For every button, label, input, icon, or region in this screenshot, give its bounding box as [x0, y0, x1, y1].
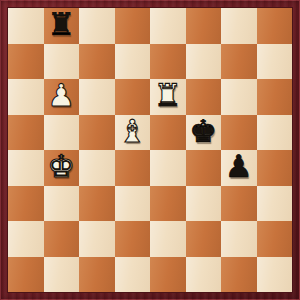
square-c7[interactable] [79, 44, 115, 80]
square-e4[interactable] [150, 150, 186, 186]
square-b1[interactable] [44, 257, 80, 293]
square-b4[interactable]: ♚ [44, 150, 80, 186]
square-f1[interactable] [186, 257, 222, 293]
square-h8[interactable] [257, 8, 293, 44]
square-c4[interactable] [79, 150, 115, 186]
square-a6[interactable] [8, 79, 44, 115]
white-rook-piece[interactable]: ♜ [154, 80, 182, 111]
square-b7[interactable] [44, 44, 80, 80]
square-d4[interactable] [115, 150, 151, 186]
square-b5[interactable] [44, 115, 80, 151]
black-rook-piece[interactable]: ♜ [47, 9, 75, 40]
square-a3[interactable] [8, 186, 44, 222]
square-c3[interactable] [79, 186, 115, 222]
square-h4[interactable] [257, 150, 293, 186]
square-b3[interactable] [44, 186, 80, 222]
square-a7[interactable] [8, 44, 44, 80]
square-d2[interactable] [115, 221, 151, 257]
square-e8[interactable] [150, 8, 186, 44]
square-h5[interactable] [257, 115, 293, 151]
white-pawn-piece[interactable]: ♟ [47, 80, 75, 111]
square-a4[interactable] [8, 150, 44, 186]
square-e7[interactable] [150, 44, 186, 80]
square-e1[interactable] [150, 257, 186, 293]
square-g5[interactable] [221, 115, 257, 151]
square-h1[interactable] [257, 257, 293, 293]
square-f2[interactable] [186, 221, 222, 257]
square-d6[interactable] [115, 79, 151, 115]
square-a2[interactable] [8, 221, 44, 257]
square-h2[interactable] [257, 221, 293, 257]
square-g7[interactable] [221, 44, 257, 80]
square-c2[interactable] [79, 221, 115, 257]
square-d3[interactable] [115, 186, 151, 222]
square-g3[interactable] [221, 186, 257, 222]
square-b2[interactable] [44, 221, 80, 257]
square-h3[interactable] [257, 186, 293, 222]
square-c1[interactable] [79, 257, 115, 293]
square-b8[interactable]: ♜ [44, 8, 80, 44]
square-f3[interactable] [186, 186, 222, 222]
square-b6[interactable]: ♟ [44, 79, 80, 115]
square-f7[interactable] [186, 44, 222, 80]
square-f6[interactable] [186, 79, 222, 115]
square-c8[interactable] [79, 8, 115, 44]
square-g4[interactable]: ♟ [221, 150, 257, 186]
square-a1[interactable] [8, 257, 44, 293]
square-h7[interactable] [257, 44, 293, 80]
square-f5[interactable]: ♚ [186, 115, 222, 151]
square-a5[interactable] [8, 115, 44, 151]
square-g6[interactable] [221, 79, 257, 115]
chess-board[interactable]: ♜♟♜♝♚♚♟ [8, 8, 292, 292]
square-f8[interactable] [186, 8, 222, 44]
chess-diagram: ♜♟♜♝♚♚♟ [0, 0, 300, 300]
square-c5[interactable] [79, 115, 115, 151]
square-c6[interactable] [79, 79, 115, 115]
square-e5[interactable] [150, 115, 186, 151]
black-king-piece[interactable]: ♚ [189, 116, 217, 147]
white-bishop-piece[interactable]: ♝ [118, 116, 146, 147]
square-g2[interactable] [221, 221, 257, 257]
square-d8[interactable] [115, 8, 151, 44]
square-d1[interactable] [115, 257, 151, 293]
square-d7[interactable] [115, 44, 151, 80]
square-g8[interactable] [221, 8, 257, 44]
square-e2[interactable] [150, 221, 186, 257]
white-king-piece[interactable]: ♚ [47, 151, 75, 182]
square-h6[interactable] [257, 79, 293, 115]
black-pawn-piece[interactable]: ♟ [225, 151, 253, 182]
square-g1[interactable] [221, 257, 257, 293]
square-f4[interactable] [186, 150, 222, 186]
square-a8[interactable] [8, 8, 44, 44]
square-e3[interactable] [150, 186, 186, 222]
square-e6[interactable]: ♜ [150, 79, 186, 115]
square-d5[interactable]: ♝ [115, 115, 151, 151]
